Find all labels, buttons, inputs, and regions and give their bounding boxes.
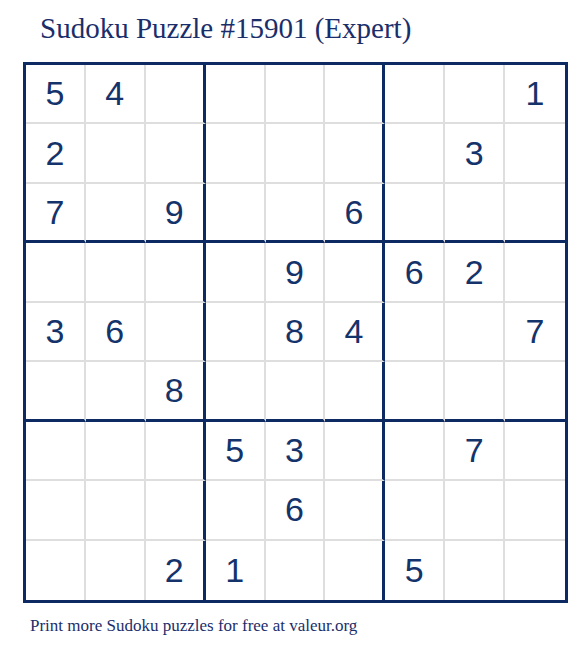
sudoku-cell[interactable] xyxy=(505,541,565,600)
sudoku-cell[interactable] xyxy=(325,362,385,421)
sudoku-cell[interactable] xyxy=(146,303,206,362)
sudoku-cell[interactable]: 2 xyxy=(445,243,505,302)
sudoku-board: 541237969623684785376215 xyxy=(23,62,568,603)
sudoku-cell[interactable] xyxy=(505,124,565,183)
sudoku-cell[interactable] xyxy=(206,65,266,124)
sudoku-cell[interactable] xyxy=(445,65,505,124)
sudoku-cell[interactable] xyxy=(505,184,565,243)
sudoku-cell[interactable] xyxy=(325,243,385,302)
sudoku-cell[interactable]: 9 xyxy=(266,243,326,302)
sudoku-cell[interactable] xyxy=(445,481,505,540)
sudoku-cell[interactable] xyxy=(445,362,505,421)
sudoku-cell[interactable]: 5 xyxy=(385,541,445,600)
sudoku-cell[interactable]: 1 xyxy=(206,541,266,600)
sudoku-cell[interactable] xyxy=(86,124,146,183)
sudoku-cell[interactable]: 6 xyxy=(325,184,385,243)
sudoku-cell[interactable] xyxy=(445,303,505,362)
page-title: Sudoku Puzzle #15901 (Expert) xyxy=(40,12,411,45)
sudoku-cell[interactable] xyxy=(26,541,86,600)
sudoku-cell[interactable] xyxy=(86,362,146,421)
sudoku-cell[interactable] xyxy=(266,362,326,421)
sudoku-cell[interactable]: 4 xyxy=(86,65,146,124)
sudoku-cell[interactable]: 1 xyxy=(505,65,565,124)
sudoku-cell[interactable]: 9 xyxy=(146,184,206,243)
sudoku-cell[interactable] xyxy=(266,184,326,243)
sudoku-cell[interactable] xyxy=(445,541,505,600)
sudoku-cell[interactable]: 5 xyxy=(26,65,86,124)
sudoku-cell[interactable] xyxy=(385,65,445,124)
sudoku-cell[interactable]: 8 xyxy=(266,303,326,362)
sudoku-cell[interactable] xyxy=(505,481,565,540)
sudoku-cell[interactable] xyxy=(146,124,206,183)
sudoku-cell[interactable] xyxy=(325,124,385,183)
sudoku-cell[interactable] xyxy=(325,541,385,600)
sudoku-cell[interactable] xyxy=(26,422,86,481)
sudoku-cell[interactable] xyxy=(26,362,86,421)
sudoku-cell[interactable] xyxy=(26,481,86,540)
sudoku-cell[interactable] xyxy=(146,65,206,124)
sudoku-cell[interactable] xyxy=(325,65,385,124)
sudoku-cell[interactable] xyxy=(146,481,206,540)
footer-text: Print more Sudoku puzzles for free at va… xyxy=(30,616,357,636)
sudoku-cell[interactable] xyxy=(385,362,445,421)
sudoku-cell[interactable]: 2 xyxy=(26,124,86,183)
sudoku-cell[interactable] xyxy=(385,303,445,362)
sudoku-cell[interactable] xyxy=(86,481,146,540)
sudoku-cell[interactable] xyxy=(266,65,326,124)
sudoku-cell[interactable]: 4 xyxy=(325,303,385,362)
sudoku-cell[interactable]: 6 xyxy=(266,481,326,540)
sudoku-cell[interactable] xyxy=(266,541,326,600)
sudoku-cell[interactable] xyxy=(26,243,86,302)
sudoku-cell[interactable]: 8 xyxy=(146,362,206,421)
sudoku-cell[interactable] xyxy=(206,362,266,421)
sudoku-cell[interactable] xyxy=(206,184,266,243)
sudoku-cell[interactable] xyxy=(385,124,445,183)
sudoku-cell[interactable] xyxy=(505,362,565,421)
sudoku-cell[interactable] xyxy=(86,541,146,600)
sudoku-cell[interactable]: 6 xyxy=(86,303,146,362)
sudoku-cell[interactable] xyxy=(385,184,445,243)
sudoku-cell[interactable] xyxy=(206,243,266,302)
sudoku-cell[interactable] xyxy=(146,243,206,302)
sudoku-cell[interactable]: 3 xyxy=(26,303,86,362)
sudoku-cell[interactable] xyxy=(385,422,445,481)
sudoku-cell[interactable] xyxy=(206,481,266,540)
sudoku-cell[interactable] xyxy=(86,422,146,481)
sudoku-cell[interactable] xyxy=(505,422,565,481)
sudoku-cell[interactable]: 6 xyxy=(385,243,445,302)
sudoku-cell[interactable] xyxy=(505,243,565,302)
sudoku-cell[interactable] xyxy=(266,124,326,183)
sudoku-cell[interactable]: 3 xyxy=(266,422,326,481)
sudoku-cell[interactable] xyxy=(325,422,385,481)
sudoku-cell[interactable] xyxy=(445,184,505,243)
sudoku-cell[interactable] xyxy=(86,243,146,302)
sudoku-cell[interactable]: 2 xyxy=(146,541,206,600)
sudoku-cell[interactable]: 7 xyxy=(505,303,565,362)
sudoku-cell[interactable]: 7 xyxy=(26,184,86,243)
sudoku-cell[interactable] xyxy=(146,422,206,481)
sudoku-cell[interactable] xyxy=(86,184,146,243)
sudoku-cell[interactable]: 7 xyxy=(445,422,505,481)
sudoku-page: Sudoku Puzzle #15901 (Expert) 5412379696… xyxy=(0,0,580,651)
sudoku-cell[interactable] xyxy=(325,481,385,540)
sudoku-cell[interactable]: 3 xyxy=(445,124,505,183)
sudoku-cell[interactable] xyxy=(206,303,266,362)
sudoku-cell[interactable] xyxy=(206,124,266,183)
sudoku-cell[interactable] xyxy=(385,481,445,540)
sudoku-cell[interactable]: 5 xyxy=(206,422,266,481)
